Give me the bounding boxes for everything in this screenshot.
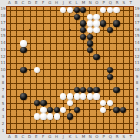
board-cell-C13[interactable] (20, 47, 27, 54)
board-cell-T3[interactable] (126, 113, 133, 120)
board-cell-L11[interactable] (73, 60, 80, 67)
board-cell-Q10[interactable] (106, 67, 113, 74)
board-cell-M7[interactable] (80, 87, 87, 94)
board-cell-M10[interactable] (80, 67, 87, 74)
board-cell-E9[interactable] (34, 73, 41, 80)
board-cell-S11[interactable] (120, 60, 127, 67)
board-cell-R17[interactable] (113, 20, 120, 27)
board-cell-P9[interactable] (100, 73, 107, 80)
board-cell-A14[interactable] (7, 40, 14, 47)
board-cell-B7[interactable] (14, 87, 21, 94)
board-cell-J19[interactable] (60, 7, 67, 14)
board-cell-F2[interactable] (40, 120, 47, 127)
board-cell-C11[interactable] (20, 60, 27, 67)
board-cell-S15[interactable] (120, 34, 127, 41)
board-cell-J6[interactable] (60, 93, 67, 100)
board-cell-H13[interactable] (53, 47, 60, 54)
board-cell-T6[interactable] (126, 93, 133, 100)
board-cell-O16[interactable] (93, 27, 100, 34)
board-cell-B13[interactable] (14, 47, 21, 54)
board-cell-G12[interactable] (47, 53, 54, 60)
board-cell-S18[interactable] (120, 14, 127, 21)
board-cell-K6[interactable] (67, 93, 74, 100)
board-cell-L8[interactable] (73, 80, 80, 87)
board-cell-A16[interactable] (7, 27, 14, 34)
board-cell-K7[interactable] (67, 87, 74, 94)
board-cell-N19[interactable] (87, 7, 94, 14)
board-cell-N7[interactable] (87, 87, 94, 94)
board-cell-P11[interactable] (100, 60, 107, 67)
board-cell-H19[interactable] (53, 7, 60, 14)
board-cell-C10[interactable] (20, 67, 27, 74)
board-cell-A2[interactable] (7, 120, 14, 127)
board-cell-J10[interactable] (60, 67, 67, 74)
board-cell-T15[interactable] (126, 34, 133, 41)
board-cell-P7[interactable] (100, 87, 107, 94)
board-cell-R18[interactable] (113, 14, 120, 21)
board-cell-K19[interactable] (67, 7, 74, 14)
board-cell-J14[interactable] (60, 40, 67, 47)
board-cell-S19[interactable] (120, 7, 127, 14)
board-cell-D3[interactable] (27, 113, 34, 120)
board-cell-B8[interactable] (14, 80, 21, 87)
board-cell-S13[interactable] (120, 47, 127, 54)
board-cell-K15[interactable] (67, 34, 74, 41)
board-cell-E15[interactable] (34, 34, 41, 41)
board-cell-F4[interactable] (40, 106, 47, 113)
board-cell-D7[interactable] (27, 87, 34, 94)
board-cell-Q2[interactable] (106, 120, 113, 127)
board-cell-L3[interactable] (73, 113, 80, 120)
board-cell-S12[interactable] (120, 53, 127, 60)
board-cell-M1[interactable] (80, 126, 87, 133)
board-cell-N18[interactable] (87, 14, 94, 21)
board-cell-L10[interactable] (73, 67, 80, 74)
board-cell-E14[interactable] (34, 40, 41, 47)
board-cell-N1[interactable] (87, 126, 94, 133)
board-cell-T14[interactable] (126, 40, 133, 47)
board-cell-O17[interactable] (93, 20, 100, 27)
board-cell-P8[interactable] (100, 80, 107, 87)
board-cell-O15[interactable] (93, 34, 100, 41)
board-cell-C6[interactable] (20, 93, 27, 100)
board-cell-P10[interactable] (100, 67, 107, 74)
board-cell-N14[interactable] (87, 40, 94, 47)
board-cell-S2[interactable] (120, 120, 127, 127)
board-cell-T10[interactable] (126, 67, 133, 74)
board-cell-J2[interactable] (60, 120, 67, 127)
board-cell-D14[interactable] (27, 40, 34, 47)
board-cell-Q7[interactable] (106, 87, 113, 94)
board-cell-R6[interactable] (113, 93, 120, 100)
board-cell-O8[interactable] (93, 80, 100, 87)
board-cell-M8[interactable] (80, 80, 87, 87)
board-cell-F17[interactable] (40, 20, 47, 27)
board-cell-N8[interactable] (87, 80, 94, 87)
board-cell-O13[interactable] (93, 47, 100, 54)
board-cell-T4[interactable] (126, 106, 133, 113)
board-cell-M12[interactable] (80, 53, 87, 60)
board-cell-F13[interactable] (40, 47, 47, 54)
board-cell-G7[interactable] (47, 87, 54, 94)
board-cell-Q6[interactable] (106, 93, 113, 100)
board-cell-K3[interactable] (67, 113, 74, 120)
board-cell-E17[interactable] (34, 20, 41, 27)
board-cell-G18[interactable] (47, 14, 54, 21)
board-cell-T2[interactable] (126, 120, 133, 127)
board-cell-C19[interactable] (20, 7, 27, 14)
board-cell-Q16[interactable] (106, 27, 113, 34)
board-cell-C16[interactable] (20, 27, 27, 34)
board-cell-M15[interactable] (80, 34, 87, 41)
board-cell-S16[interactable] (120, 27, 127, 34)
board-cell-T7[interactable] (126, 87, 133, 94)
board-cell-Q19[interactable] (106, 7, 113, 14)
board-cell-A6[interactable] (7, 93, 14, 100)
board-cell-N9[interactable] (87, 73, 94, 80)
board-cell-B19[interactable] (14, 7, 21, 14)
board-cell-G5[interactable] (47, 100, 54, 107)
board-cell-Q9[interactable] (106, 73, 113, 80)
board-cell-D10[interactable] (27, 67, 34, 74)
board-cell-S5[interactable] (120, 100, 127, 107)
board-cell-P15[interactable] (100, 34, 107, 41)
board-cell-T12[interactable] (126, 53, 133, 60)
board-cell-O3[interactable] (93, 113, 100, 120)
board-cell-D16[interactable] (27, 27, 34, 34)
board-cell-B11[interactable] (14, 60, 21, 67)
board-cell-C3[interactable] (20, 113, 27, 120)
board-cell-D18[interactable] (27, 14, 34, 21)
board-cell-F6[interactable] (40, 93, 47, 100)
board-cell-K16[interactable] (67, 27, 74, 34)
board-cell-D8[interactable] (27, 80, 34, 87)
board-cell-N2[interactable] (87, 120, 94, 127)
board-cell-B5[interactable] (14, 100, 21, 107)
board-cell-K1[interactable] (67, 126, 74, 133)
board-cell-L6[interactable] (73, 93, 80, 100)
board-cell-C7[interactable] (20, 87, 27, 94)
board-cell-A3[interactable] (7, 113, 14, 120)
board-cell-D12[interactable] (27, 53, 34, 60)
board-cell-E13[interactable] (34, 47, 41, 54)
board-cell-A11[interactable] (7, 60, 14, 67)
board-cell-R15[interactable] (113, 34, 120, 41)
board-cell-M19[interactable] (80, 7, 87, 14)
board-cell-B14[interactable] (14, 40, 21, 47)
board-cell-Q11[interactable] (106, 60, 113, 67)
board-cell-O7[interactable] (93, 87, 100, 94)
board-cell-K5[interactable] (67, 100, 74, 107)
board-cell-N17[interactable] (87, 20, 94, 27)
board-cell-L4[interactable] (73, 106, 80, 113)
board-cell-R13[interactable] (113, 47, 120, 54)
board-cell-R16[interactable] (113, 27, 120, 34)
board-cell-Q18[interactable] (106, 14, 113, 21)
board-cell-N4[interactable] (87, 106, 94, 113)
board-cell-B18[interactable] (14, 14, 21, 21)
board-cell-T19[interactable] (126, 7, 133, 14)
board-cell-N3[interactable] (87, 113, 94, 120)
board-cell-T1[interactable] (126, 126, 133, 133)
board-cell-T11[interactable] (126, 60, 133, 67)
board-cell-O1[interactable] (93, 126, 100, 133)
board-cell-S7[interactable] (120, 87, 127, 94)
board-cell-O14[interactable] (93, 40, 100, 47)
board-cell-H6[interactable] (53, 93, 60, 100)
board-cell-T18[interactable] (126, 14, 133, 21)
board-cell-C17[interactable] (20, 20, 27, 27)
board-cell-A17[interactable] (7, 20, 14, 27)
board-cell-C4[interactable] (20, 106, 27, 113)
board-cell-Q4[interactable] (106, 106, 113, 113)
board-cell-B17[interactable] (14, 20, 21, 27)
board-cell-F7[interactable] (40, 87, 47, 94)
board-cell-O4[interactable] (93, 106, 100, 113)
board-cell-F10[interactable] (40, 67, 47, 74)
board-cell-C9[interactable] (20, 73, 27, 80)
board-cell-R1[interactable] (113, 126, 120, 133)
board-cell-F12[interactable] (40, 53, 47, 60)
board-cell-P6[interactable] (100, 93, 107, 100)
board-cell-A12[interactable] (7, 53, 14, 60)
board-cell-D19[interactable] (27, 7, 34, 14)
board-cell-Q8[interactable] (106, 80, 113, 87)
board-cell-R3[interactable] (113, 113, 120, 120)
board-cell-L1[interactable] (73, 126, 80, 133)
board-cell-L14[interactable] (73, 40, 80, 47)
board-cell-Q5[interactable] (106, 100, 113, 107)
board-cell-N12[interactable] (87, 53, 94, 60)
board-cell-H4[interactable] (53, 106, 60, 113)
board-cell-M13[interactable] (80, 47, 87, 54)
board-cell-E11[interactable] (34, 60, 41, 67)
board-cell-B16[interactable] (14, 27, 21, 34)
board-cell-J1[interactable] (60, 126, 67, 133)
board-cell-L13[interactable] (73, 47, 80, 54)
board-cell-D5[interactable] (27, 100, 34, 107)
board-cell-F1[interactable] (40, 126, 47, 133)
board-cell-E7[interactable] (34, 87, 41, 94)
board-cell-N11[interactable] (87, 60, 94, 67)
board-cell-R5[interactable] (113, 100, 120, 107)
board-cell-B4[interactable] (14, 106, 21, 113)
board-cell-G2[interactable] (47, 120, 54, 127)
board-cell-H14[interactable] (53, 40, 60, 47)
board-cell-H18[interactable] (53, 14, 60, 21)
board-cell-K11[interactable] (67, 60, 74, 67)
board-cell-O12[interactable] (93, 53, 100, 60)
board-cell-K9[interactable] (67, 73, 74, 80)
board-cell-G16[interactable] (47, 27, 54, 34)
board-cell-L17[interactable] (73, 20, 80, 27)
board-cell-R19[interactable] (113, 7, 120, 14)
board-cell-F11[interactable] (40, 60, 47, 67)
board-cell-B10[interactable] (14, 67, 21, 74)
board-cell-G10[interactable] (47, 67, 54, 74)
board-cell-H2[interactable] (53, 120, 60, 127)
board-cell-F18[interactable] (40, 14, 47, 21)
board-cell-L9[interactable] (73, 73, 80, 80)
board-cell-H16[interactable] (53, 27, 60, 34)
board-cell-B6[interactable] (14, 93, 21, 100)
board-cell-F8[interactable] (40, 80, 47, 87)
board-cell-L12[interactable] (73, 53, 80, 60)
board-cell-E4[interactable] (34, 106, 41, 113)
board-cell-A1[interactable] (7, 126, 14, 133)
board-cell-J4[interactable] (60, 106, 67, 113)
board-cell-F9[interactable] (40, 73, 47, 80)
board-cell-K10[interactable] (67, 67, 74, 74)
board-cell-H7[interactable] (53, 87, 60, 94)
board-cell-H3[interactable] (53, 113, 60, 120)
board-cell-K17[interactable] (67, 20, 74, 27)
board-cell-R9[interactable] (113, 73, 120, 80)
board-cell-K2[interactable] (67, 120, 74, 127)
board-cell-O5[interactable] (93, 100, 100, 107)
board-cell-J7[interactable] (60, 87, 67, 94)
board-cell-S3[interactable] (120, 113, 127, 120)
board-cell-P18[interactable] (100, 14, 107, 21)
board-cell-C14[interactable] (20, 40, 27, 47)
board-cell-J18[interactable] (60, 14, 67, 21)
board-cell-S8[interactable] (120, 80, 127, 87)
board-cell-J11[interactable] (60, 60, 67, 67)
board-cell-G9[interactable] (47, 73, 54, 80)
board-cell-L16[interactable] (73, 27, 80, 34)
board-cell-O18[interactable] (93, 14, 100, 21)
board-cell-H10[interactable] (53, 67, 60, 74)
board-cell-E6[interactable] (34, 93, 41, 100)
board-cell-K13[interactable] (67, 47, 74, 54)
board-cell-P12[interactable] (100, 53, 107, 60)
board-cell-N16[interactable] (87, 27, 94, 34)
board-cell-A13[interactable] (7, 47, 14, 54)
board-cell-D9[interactable] (27, 73, 34, 80)
board-cell-C15[interactable] (20, 34, 27, 41)
board-cell-P13[interactable] (100, 47, 107, 54)
board-cell-P4[interactable] (100, 106, 107, 113)
board-cell-S4[interactable] (120, 106, 127, 113)
board-cell-A5[interactable] (7, 100, 14, 107)
board-cell-E16[interactable] (34, 27, 41, 34)
board-cell-E5[interactable] (34, 100, 41, 107)
board-cell-C18[interactable] (20, 14, 27, 21)
board-cell-K18[interactable] (67, 14, 74, 21)
board-cell-C12[interactable] (20, 53, 27, 60)
board-cell-N5[interactable] (87, 100, 94, 107)
board-cell-F15[interactable] (40, 34, 47, 41)
board-cell-C2[interactable] (20, 120, 27, 127)
board-cell-C1[interactable] (20, 126, 27, 133)
board-cell-R12[interactable] (113, 53, 120, 60)
board-cell-L18[interactable] (73, 14, 80, 21)
board-cell-N13[interactable] (87, 47, 94, 54)
board-cell-P16[interactable] (100, 27, 107, 34)
board-cell-J8[interactable] (60, 80, 67, 87)
board-cell-H8[interactable] (53, 80, 60, 87)
board-cell-J9[interactable] (60, 73, 67, 80)
board-cell-B9[interactable] (14, 73, 21, 80)
board-cell-B1[interactable] (14, 126, 21, 133)
board-cell-M4[interactable] (80, 106, 87, 113)
board-cell-B3[interactable] (14, 113, 21, 120)
board-cell-A18[interactable] (7, 14, 14, 21)
board-cell-J3[interactable] (60, 113, 67, 120)
board-cell-H1[interactable] (53, 126, 60, 133)
board-cell-E1[interactable] (34, 126, 41, 133)
board-cell-R4[interactable] (113, 106, 120, 113)
board-cell-T13[interactable] (126, 47, 133, 54)
board-cell-E18[interactable] (34, 14, 41, 21)
board-cell-B15[interactable] (14, 34, 21, 41)
board-cell-A19[interactable] (7, 7, 14, 14)
board-cell-R2[interactable] (113, 120, 120, 127)
board-cell-N6[interactable] (87, 93, 94, 100)
board-cell-J15[interactable] (60, 34, 67, 41)
board-cell-D13[interactable] (27, 47, 34, 54)
board-cell-R10[interactable] (113, 67, 120, 74)
board-cell-A8[interactable] (7, 80, 14, 87)
board-cell-F3[interactable] (40, 113, 47, 120)
board-cell-O6[interactable] (93, 93, 100, 100)
board-cell-O2[interactable] (93, 120, 100, 127)
board-cell-R14[interactable] (113, 40, 120, 47)
board-cell-K4[interactable] (67, 106, 74, 113)
board-cell-J16[interactable] (60, 27, 67, 34)
board-cell-H12[interactable] (53, 53, 60, 60)
board-cell-H11[interactable] (53, 60, 60, 67)
board-cell-H17[interactable] (53, 20, 60, 27)
board-cell-D15[interactable] (27, 34, 34, 41)
board-cell-M2[interactable] (80, 120, 87, 127)
board-cell-M11[interactable] (80, 60, 87, 67)
board-cell-M14[interactable] (80, 40, 87, 47)
board-cell-G19[interactable] (47, 7, 54, 14)
board-cell-H9[interactable] (53, 73, 60, 80)
board-cell-O10[interactable] (93, 67, 100, 74)
board-cell-E12[interactable] (34, 53, 41, 60)
board-cell-C5[interactable] (20, 100, 27, 107)
board-cell-G3[interactable] (47, 113, 54, 120)
board-cell-D17[interactable] (27, 20, 34, 27)
board-cell-S14[interactable] (120, 40, 127, 47)
board-cell-N15[interactable] (87, 34, 94, 41)
board-cell-T8[interactable] (126, 80, 133, 87)
board-cell-D4[interactable] (27, 106, 34, 113)
board-cell-M16[interactable] (80, 27, 87, 34)
board-cell-M3[interactable] (80, 113, 87, 120)
board-cell-G11[interactable] (47, 60, 54, 67)
board-cell-R8[interactable] (113, 80, 120, 87)
board-cell-G13[interactable] (47, 47, 54, 54)
board-cell-F14[interactable] (40, 40, 47, 47)
board-cell-A7[interactable] (7, 87, 14, 94)
board-cell-T5[interactable] (126, 100, 133, 107)
board-cell-O19[interactable] (93, 7, 100, 14)
board-cell-S17[interactable] (120, 20, 127, 27)
board-cell-E19[interactable] (34, 7, 41, 14)
board-cell-F16[interactable] (40, 27, 47, 34)
board-cell-P5[interactable] (100, 100, 107, 107)
board-cell-H15[interactable] (53, 34, 60, 41)
board-cell-C8[interactable] (20, 80, 27, 87)
board-cell-L2[interactable] (73, 120, 80, 127)
board-cell-P14[interactable] (100, 40, 107, 47)
board-cell-E3[interactable] (34, 113, 41, 120)
board-cell-E2[interactable] (34, 120, 41, 127)
board-cell-S9[interactable] (120, 73, 127, 80)
